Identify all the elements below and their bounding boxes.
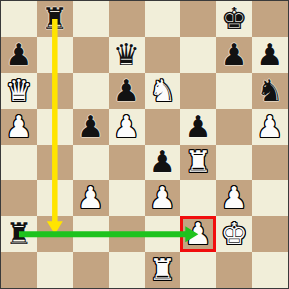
black-rook[interactable]: ♜ xyxy=(1,216,37,252)
square-e4[interactable]: ♟ xyxy=(145,145,181,181)
white-rook[interactable]: ♜ xyxy=(180,145,216,181)
square-h4[interactable] xyxy=(252,145,288,181)
square-b3[interactable] xyxy=(37,180,73,216)
white-pawn[interactable]: ♟ xyxy=(73,180,109,216)
black-pawn[interactable]: ♟ xyxy=(252,37,288,73)
white-knight[interactable]: ♞ xyxy=(145,73,181,109)
square-g3[interactable]: ♟ xyxy=(216,180,252,216)
square-a3[interactable] xyxy=(1,180,37,216)
square-c3[interactable]: ♟ xyxy=(73,180,109,216)
square-h2[interactable] xyxy=(252,216,288,252)
square-d8[interactable] xyxy=(109,1,145,37)
white-pawn[interactable]: ♟ xyxy=(180,216,216,252)
square-a6[interactable]: ♛ xyxy=(1,73,37,109)
square-g5[interactable] xyxy=(216,109,252,145)
square-f4[interactable]: ♜ xyxy=(180,145,216,181)
white-pawn[interactable]: ♟ xyxy=(145,180,181,216)
white-pawn[interactable]: ♟ xyxy=(252,109,288,145)
square-a8[interactable] xyxy=(1,1,37,37)
square-e6[interactable]: ♞ xyxy=(145,73,181,109)
square-b8[interactable]: ♜ xyxy=(37,1,73,37)
black-rook[interactable]: ♜ xyxy=(37,1,73,37)
black-pawn[interactable]: ♟ xyxy=(180,109,216,145)
square-c8[interactable] xyxy=(73,1,109,37)
square-b1[interactable] xyxy=(37,252,73,288)
square-d5[interactable]: ♟ xyxy=(109,109,145,145)
square-c4[interactable] xyxy=(73,145,109,181)
square-f1[interactable] xyxy=(180,252,216,288)
black-pawn[interactable]: ♟ xyxy=(145,145,181,181)
square-g1[interactable] xyxy=(216,252,252,288)
square-c2[interactable] xyxy=(73,216,109,252)
square-a1[interactable] xyxy=(1,252,37,288)
square-b7[interactable] xyxy=(37,37,73,73)
chess-app: ♜♚♟♛♟♟♛♟♞♞♟♟♟♟♟♟♜♟♟♟♜♟♚♜ xyxy=(0,0,289,289)
square-f3[interactable] xyxy=(180,180,216,216)
square-e7[interactable] xyxy=(145,37,181,73)
square-c7[interactable] xyxy=(73,37,109,73)
square-a2[interactable]: ♜ xyxy=(1,216,37,252)
square-f2[interactable]: ♟ xyxy=(180,216,216,252)
square-b2[interactable] xyxy=(37,216,73,252)
square-h5[interactable]: ♟ xyxy=(252,109,288,145)
square-g7[interactable]: ♟ xyxy=(216,37,252,73)
square-d4[interactable] xyxy=(109,145,145,181)
white-king[interactable]: ♚ xyxy=(216,216,252,252)
square-g6[interactable] xyxy=(216,73,252,109)
square-a5[interactable]: ♟ xyxy=(1,109,37,145)
black-king[interactable]: ♚ xyxy=(216,1,252,37)
square-f5[interactable]: ♟ xyxy=(180,109,216,145)
white-pawn[interactable]: ♟ xyxy=(109,109,145,145)
square-d1[interactable] xyxy=(109,252,145,288)
square-e2[interactable] xyxy=(145,216,181,252)
square-b5[interactable] xyxy=(37,109,73,145)
square-a7[interactable]: ♟ xyxy=(1,37,37,73)
square-g8[interactable]: ♚ xyxy=(216,1,252,37)
square-a4[interactable] xyxy=(1,145,37,181)
black-queen[interactable]: ♛ xyxy=(109,37,145,73)
square-g4[interactable] xyxy=(216,145,252,181)
square-g2[interactable]: ♚ xyxy=(216,216,252,252)
square-h6[interactable]: ♞ xyxy=(252,73,288,109)
square-f7[interactable] xyxy=(180,37,216,73)
square-h1[interactable] xyxy=(252,252,288,288)
white-pawn[interactable]: ♟ xyxy=(1,109,37,145)
square-c5[interactable]: ♟ xyxy=(73,109,109,145)
black-pawn[interactable]: ♟ xyxy=(73,109,109,145)
black-pawn[interactable]: ♟ xyxy=(109,73,145,109)
square-f8[interactable] xyxy=(180,1,216,37)
square-b4[interactable] xyxy=(37,145,73,181)
square-d7[interactable]: ♛ xyxy=(109,37,145,73)
square-c1[interactable] xyxy=(73,252,109,288)
square-b6[interactable] xyxy=(37,73,73,109)
square-d6[interactable]: ♟ xyxy=(109,73,145,109)
white-pawn[interactable]: ♟ xyxy=(216,180,252,216)
square-e8[interactable] xyxy=(145,1,181,37)
black-pawn[interactable]: ♟ xyxy=(1,37,37,73)
square-c6[interactable] xyxy=(73,73,109,109)
square-f6[interactable] xyxy=(180,73,216,109)
black-pawn[interactable]: ♟ xyxy=(216,37,252,73)
square-h7[interactable]: ♟ xyxy=(252,37,288,73)
chess-board: ♜♚♟♛♟♟♛♟♞♞♟♟♟♟♟♟♜♟♟♟♜♟♚♜ xyxy=(0,0,289,289)
square-h3[interactable] xyxy=(252,180,288,216)
square-h8[interactable] xyxy=(252,1,288,37)
black-knight[interactable]: ♞ xyxy=(252,73,288,109)
white-rook[interactable]: ♜ xyxy=(145,252,181,288)
square-e1[interactable]: ♜ xyxy=(145,252,181,288)
square-d2[interactable] xyxy=(109,216,145,252)
square-e3[interactable]: ♟ xyxy=(145,180,181,216)
square-d3[interactable] xyxy=(109,180,145,216)
white-queen[interactable]: ♛ xyxy=(1,73,37,109)
square-e5[interactable] xyxy=(145,109,181,145)
